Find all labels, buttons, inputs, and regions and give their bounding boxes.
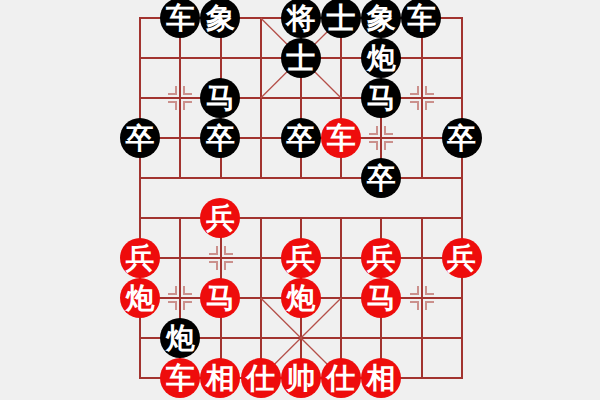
piece-black-advisor[interactable]: 士 — [281, 38, 321, 78]
xiangqi-board[interactable]: 车象将士象车士炮马马卒卒卒卒卒炮车兵兵兵兵兵炮马炮马车相仕帅仕相 — [0, 0, 600, 400]
piece-red-soldier[interactable]: 兵 — [281, 238, 321, 278]
piece-black-horse[interactable]: 马 — [200, 78, 240, 118]
piece-red-soldier[interactable]: 兵 — [442, 238, 482, 278]
piece-black-cannon[interactable]: 炮 — [361, 38, 401, 78]
pieces-layer: 车象将士象车士炮马马卒卒卒卒卒炮车兵兵兵兵兵炮马炮马车相仕帅仕相 — [120, 0, 482, 398]
piece-black-advisor[interactable]: 士 — [321, 0, 361, 38]
piece-black-soldier[interactable]: 卒 — [200, 118, 240, 158]
piece-black-soldier[interactable]: 卒 — [442, 118, 482, 158]
piece-red-elephant[interactable]: 相 — [200, 358, 240, 398]
piece-red-elephant[interactable]: 相 — [361, 358, 401, 398]
piece-black-elephant[interactable]: 象 — [361, 0, 401, 38]
piece-red-advisor[interactable]: 仕 — [241, 358, 281, 398]
piece-red-advisor[interactable]: 仕 — [321, 358, 361, 398]
piece-red-horse[interactable]: 马 — [200, 278, 240, 318]
piece-red-soldier[interactable]: 兵 — [120, 238, 160, 278]
piece-red-cannon[interactable]: 炮 — [281, 278, 321, 318]
piece-red-soldier[interactable]: 兵 — [361, 238, 401, 278]
piece-red-general[interactable]: 帅 — [281, 358, 321, 398]
piece-red-chariot[interactable]: 车 — [160, 358, 200, 398]
piece-red-soldier[interactable]: 兵 — [200, 198, 240, 238]
piece-black-elephant[interactable]: 象 — [200, 0, 240, 38]
piece-black-general[interactable]: 将 — [281, 0, 321, 38]
piece-black-horse[interactable]: 马 — [361, 78, 401, 118]
piece-black-chariot[interactable]: 车 — [401, 0, 441, 38]
piece-red-chariot[interactable]: 车 — [321, 118, 361, 158]
piece-red-cannon[interactable]: 炮 — [120, 278, 160, 318]
piece-black-soldier[interactable]: 卒 — [281, 118, 321, 158]
piece-red-horse[interactable]: 马 — [361, 278, 401, 318]
piece-black-soldier[interactable]: 卒 — [361, 158, 401, 198]
piece-black-cannon[interactable]: 炮 — [160, 318, 200, 358]
piece-black-chariot[interactable]: 车 — [160, 0, 200, 38]
piece-black-soldier[interactable]: 卒 — [120, 118, 160, 158]
